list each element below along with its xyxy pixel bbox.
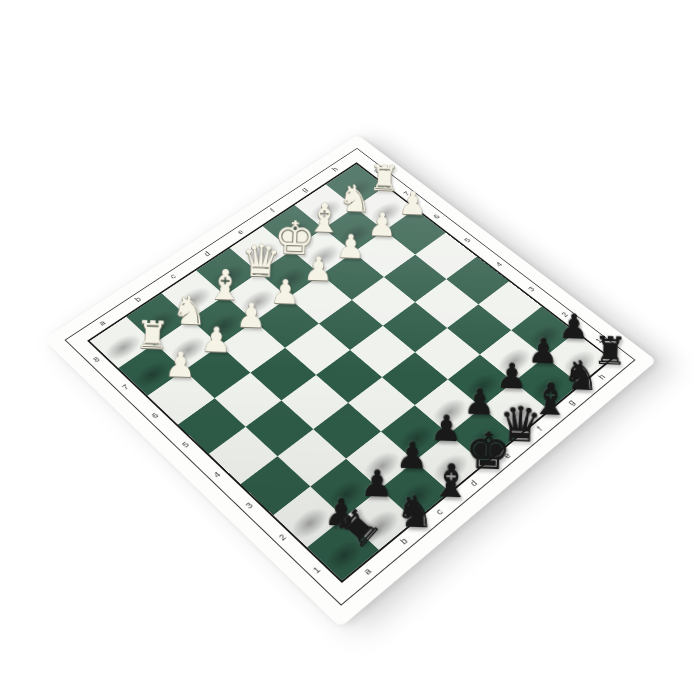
piece-white-pawn-f7[interactable]: ♟ [336, 229, 337, 261]
perspective-scene: ♜♞♝♛♚♝♞♜♟♟♟♟♟♟♟♟♟♟♟♟♟♟♟♟♜♞♝♚♛♝♞♜ abcdefg… [0, 0, 700, 700]
piece-white-pawn-d7[interactable]: ♟ [270, 274, 271, 307]
pawn-glyph: ♟ [336, 229, 337, 261]
pawn-glyph: ♟ [303, 252, 304, 285]
piece-black-pawn-f2[interactable]: ♟ [496, 358, 497, 393]
mat-outer-frame-line: ♜♞♝♛♚♝♞♜♟♟♟♟♟♟♟♟♟♟♟♟♟♟♟♟♜♞♝♚♛♝♞♜ abcdefg… [65, 148, 636, 606]
piece-white-pawn-g7[interactable]: ♟ [367, 208, 368, 240]
pawn-glyph: ♟ [324, 493, 325, 530]
pawn-glyph: ♟ [164, 347, 165, 382]
pawn-glyph: ♟ [367, 208, 368, 240]
piece-white-knight-b8[interactable]: ♞ [171, 290, 172, 330]
pawn-glyph: ♟ [463, 384, 464, 419]
knight-glyph: ♞ [171, 290, 172, 330]
piece-white-rook-a8[interactable]: ♜ [135, 316, 136, 354]
piece-black-pawn-c2[interactable]: ♟ [395, 437, 396, 473]
piece-black-pawn-g2[interactable]: ♟ [527, 333, 528, 367]
pawn-glyph: ♟ [235, 298, 236, 332]
pawn-glyph: ♟ [398, 187, 399, 219]
playing-area-frame: ♜♞♝♛♚♝♞♜♟♟♟♟♟♟♟♟♟♟♟♟♟♟♟♟♜♞♝♚♛♝♞♜ abcdefg… [87, 162, 613, 583]
knight-glyph: ♞ [395, 489, 397, 533]
square-h3[interactable] [478, 281, 541, 330]
piece-black-pawn-e2[interactable]: ♟ [463, 384, 464, 419]
pawn-glyph: ♟ [496, 358, 497, 393]
piece-black-pawn-b2[interactable]: ♟ [360, 465, 361, 502]
board-tilt-plane: ♜♞♝♛♚♝♞♜♟♟♟♟♟♟♟♟♟♟♟♟♟♟♟♟♜♞♝♚♛♝♞♜ abcdefg… [43, 135, 656, 628]
piece-white-pawn-e7[interactable]: ♟ [303, 252, 304, 285]
piece-white-pawn-h7[interactable]: ♟ [398, 187, 399, 219]
rook-glyph: ♜ [135, 316, 136, 354]
piece-white-pawn-b7[interactable]: ♟ [200, 322, 201, 356]
chess-board: ♜♞♝♛♚♝♞♜♟♟♟♟♟♟♟♟♟♟♟♟♟♟♟♟♜♞♝♚♛♝♞♜ [90, 164, 610, 580]
square-c4[interactable] [281, 375, 348, 429]
piece-white-pawn-a7[interactable]: ♟ [164, 347, 165, 382]
pawn-glyph: ♟ [200, 322, 201, 356]
product-photo-chess-set: ♜♞♝♛♚♝♞♜♟♟♟♟♟♟♟♟♟♟♟♟♟♟♟♟♜♞♝♚♛♝♞♜ abcdefg… [0, 0, 700, 700]
piece-black-pawn-a2[interactable]: ♟ [324, 493, 325, 530]
pawn-glyph: ♟ [430, 410, 431, 446]
vinyl-chess-mat: ♜♞♝♛♚♝♞♜♟♟♟♟♟♟♟♟♟♟♟♟♟♟♟♟♜♞♝♚♛♝♞♜ abcdefg… [43, 135, 656, 628]
photo-rotation-wrapper: ♜♞♝♛♚♝♞♜♟♟♟♟♟♟♟♟♟♟♟♟♟♟♟♟♜♞♝♚♛♝♞♜ abcdefg… [0, 0, 700, 700]
piece-black-pawn-d2[interactable]: ♟ [430, 410, 431, 446]
piece-white-pawn-c7[interactable]: ♟ [235, 298, 236, 332]
piece-black-knight-b1[interactable]: ♞ [395, 489, 397, 533]
pawn-glyph: ♟ [395, 437, 396, 473]
pawn-glyph: ♟ [527, 333, 528, 367]
square-c5[interactable] [250, 348, 316, 401]
pawn-glyph: ♟ [270, 274, 271, 307]
pawn-glyph: ♟ [360, 465, 361, 502]
